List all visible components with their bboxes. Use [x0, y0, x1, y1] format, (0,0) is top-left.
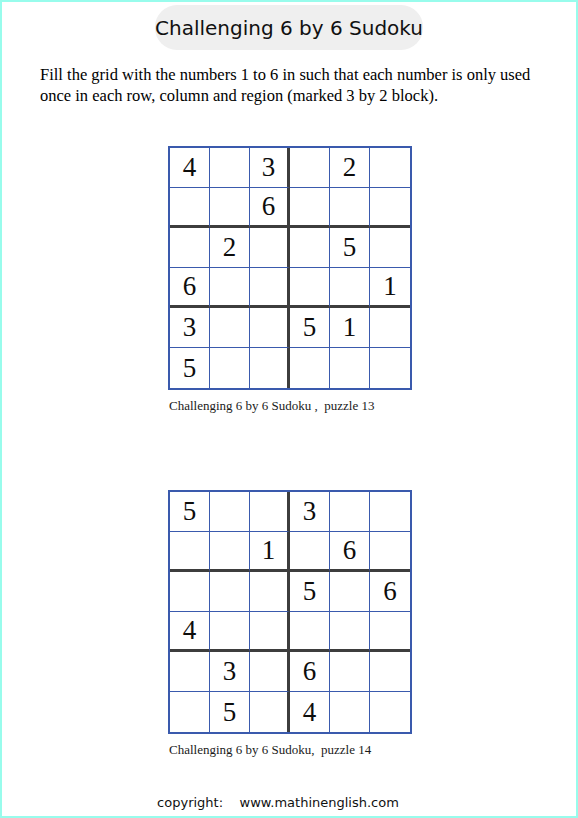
instructions-text: Fill the grid with the numbers 1 to 6 in… [40, 64, 548, 106]
cell-r3c6[interactable]: 6 [370, 572, 410, 612]
cell-r2c1[interactable] [170, 188, 210, 228]
cell-r1c1[interactable]: 4 [170, 148, 210, 188]
cell-r5c6[interactable] [370, 308, 410, 348]
cell-r4c6[interactable]: 1 [370, 268, 410, 308]
cell-r6c1[interactable] [170, 692, 210, 732]
board-caption-puzzle-13: Challenging 6 by 6 Sudoku , puzzle 13 [169, 398, 374, 414]
cell-r4c3[interactable] [250, 612, 290, 652]
cell-r4c3[interactable] [250, 268, 290, 308]
cell-r6c5[interactable] [330, 348, 370, 388]
cell-r6c4[interactable] [290, 348, 330, 388]
cell-r2c3[interactable]: 6 [250, 188, 290, 228]
cell-r4c4[interactable] [290, 612, 330, 652]
cell-r1c2[interactable] [210, 148, 250, 188]
cell-r2c3[interactable]: 1 [250, 532, 290, 572]
cell-r3c4[interactable]: 5 [290, 572, 330, 612]
cell-r5c5[interactable]: 1 [330, 308, 370, 348]
cell-r1c3[interactable] [250, 492, 290, 532]
cell-r1c1[interactable]: 5 [170, 492, 210, 532]
cell-r3c3[interactable] [250, 572, 290, 612]
cell-r5c5[interactable] [330, 652, 370, 692]
sudoku-board-puzzle-13: 432625613515 [168, 146, 412, 390]
cell-r6c4[interactable]: 4 [290, 692, 330, 732]
cell-r4c2[interactable] [210, 612, 250, 652]
cell-r5c2[interactable]: 3 [210, 652, 250, 692]
cell-r6c6[interactable] [370, 692, 410, 732]
cell-r3c4[interactable] [290, 228, 330, 268]
cell-r2c1[interactable] [170, 532, 210, 572]
cell-r2c4[interactable] [290, 188, 330, 228]
sudoku-board-puzzle-14: 53165643654 [168, 490, 412, 734]
cell-r6c5[interactable] [330, 692, 370, 732]
cell-r1c4[interactable] [290, 148, 330, 188]
cell-r3c5[interactable]: 5 [330, 228, 370, 268]
cell-r3c2[interactable]: 2 [210, 228, 250, 268]
cell-r4c5[interactable] [330, 612, 370, 652]
cell-r4c4[interactable] [290, 268, 330, 308]
cell-r2c5[interactable]: 6 [330, 532, 370, 572]
board-caption-puzzle-14: Challenging 6 by 6 Sudoku, puzzle 14 [169, 742, 371, 758]
cell-r5c4[interactable]: 6 [290, 652, 330, 692]
cell-r5c1[interactable] [170, 652, 210, 692]
cell-r5c3[interactable] [250, 652, 290, 692]
website-url: www.mathinenglish.com [240, 795, 399, 810]
cell-r5c2[interactable] [210, 308, 250, 348]
cell-r6c3[interactable] [250, 348, 290, 388]
cell-r6c1[interactable]: 5 [170, 348, 210, 388]
cell-r4c1[interactable]: 4 [170, 612, 210, 652]
cell-r1c6[interactable] [370, 148, 410, 188]
cell-r4c1[interactable]: 6 [170, 268, 210, 308]
cell-r5c3[interactable] [250, 308, 290, 348]
cell-r1c6[interactable] [370, 492, 410, 532]
cell-r2c6[interactable] [370, 532, 410, 572]
title-banner: Challenging 6 by 6 Sudoku [155, 5, 423, 50]
cell-r1c5[interactable] [330, 492, 370, 532]
cell-r4c6[interactable] [370, 612, 410, 652]
cell-r2c4[interactable] [290, 532, 330, 572]
cell-r5c1[interactable]: 3 [170, 308, 210, 348]
cell-r2c2[interactable] [210, 532, 250, 572]
cell-r1c5[interactable]: 2 [330, 148, 370, 188]
cell-r5c4[interactable]: 5 [290, 308, 330, 348]
cell-r1c4[interactable]: 3 [290, 492, 330, 532]
worksheet-page: Challenging 6 by 6 Sudoku Fill the grid … [0, 0, 578, 818]
cell-r3c3[interactable] [250, 228, 290, 268]
cell-r4c2[interactable] [210, 268, 250, 308]
copyright-label: copyright: [157, 795, 223, 810]
cell-r6c2[interactable]: 5 [210, 692, 250, 732]
cell-r2c5[interactable] [330, 188, 370, 228]
cell-r5c6[interactable] [370, 652, 410, 692]
cell-r6c2[interactable] [210, 348, 250, 388]
cell-r3c1[interactable] [170, 228, 210, 268]
cell-r6c3[interactable] [250, 692, 290, 732]
page-title: Challenging 6 by 6 Sudoku [155, 16, 423, 40]
cell-r6c6[interactable] [370, 348, 410, 388]
footer-copyright: copyright: www.mathinenglish.com [2, 795, 554, 810]
cell-r4c5[interactable] [330, 268, 370, 308]
footer-spacer [223, 795, 240, 810]
cell-r1c3[interactable]: 3 [250, 148, 290, 188]
cell-r3c1[interactable] [170, 572, 210, 612]
cell-r2c6[interactable] [370, 188, 410, 228]
cell-r3c2[interactable] [210, 572, 250, 612]
cell-r2c2[interactable] [210, 188, 250, 228]
cell-r1c2[interactable] [210, 492, 250, 532]
cell-r3c5[interactable] [330, 572, 370, 612]
cell-r3c6[interactable] [370, 228, 410, 268]
